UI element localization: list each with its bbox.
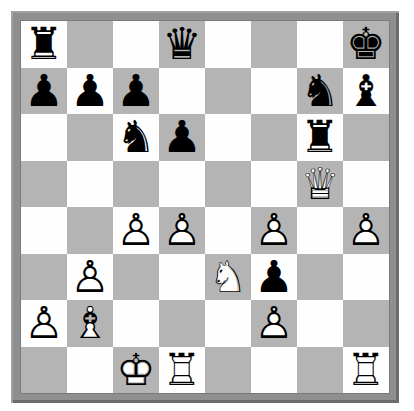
square-a4[interactable] [21,207,67,254]
square-e7[interactable] [205,68,251,115]
square-e4[interactable] [205,207,251,254]
square-f6[interactable] [251,114,297,161]
white-pawn-icon: ♙︎ [251,300,297,347]
black-pawn[interactable]: ♟︎ [251,254,297,301]
black-pawn[interactable]: ♟︎ [113,68,159,115]
white-pawn-icon: ♙︎ [159,207,205,254]
white-pawn-icon: ♙︎ [21,300,67,347]
square-e3[interactable]: ♞︎♘︎ [205,254,251,301]
square-a2[interactable]: ♟︎♙︎ [21,300,67,347]
square-b5[interactable] [67,161,113,208]
square-f8[interactable] [251,21,297,68]
square-a7[interactable]: ♟︎ [21,68,67,115]
white-rook[interactable]: ♜︎♖︎ [343,347,389,394]
black-rook-icon: ♜︎ [297,114,343,161]
white-rook-icon: ♖︎ [343,347,389,394]
square-c1[interactable]: ♚︎♔︎ [113,347,159,394]
square-d2[interactable] [159,300,205,347]
square-e5[interactable] [205,161,251,208]
square-a1[interactable] [21,347,67,394]
black-queen[interactable]: ♛︎ [159,21,205,68]
square-c3[interactable] [113,254,159,301]
square-h2[interactable] [343,300,389,347]
square-e8[interactable] [205,21,251,68]
square-a5[interactable] [21,161,67,208]
square-c5[interactable] [113,161,159,208]
white-bishop-icon: ♗︎ [67,300,113,347]
square-c6[interactable]: ♞︎ [113,114,159,161]
square-e6[interactable] [205,114,251,161]
square-g8[interactable] [297,21,343,68]
square-c4[interactable]: ♟︎♙︎ [113,207,159,254]
white-pawn[interactable]: ♟︎♙︎ [113,207,159,254]
square-b8[interactable] [67,21,113,68]
square-g4[interactable] [297,207,343,254]
chess-board-frame: ♜︎♛︎♚︎♟︎♟︎♟︎♞︎♝︎♞︎♟︎♜︎♛︎♕︎♟︎♙︎♟︎♙︎♟︎♙︎♟︎… [11,11,399,403]
white-rook[interactable]: ♜︎♖︎ [159,347,205,394]
square-e1[interactable] [205,347,251,394]
black-knight-icon: ♞︎ [297,68,343,115]
white-pawn[interactable]: ♟︎♙︎ [251,207,297,254]
chess-board: ♜︎♛︎♚︎♟︎♟︎♟︎♞︎♝︎♞︎♟︎♜︎♛︎♕︎♟︎♙︎♟︎♙︎♟︎♙︎♟︎… [21,21,389,393]
black-pawn[interactable]: ♟︎ [159,114,205,161]
black-rook[interactable]: ♜︎ [21,21,67,68]
square-g1[interactable] [297,347,343,394]
white-knight[interactable]: ♞︎♘︎ [205,254,251,301]
square-a6[interactable] [21,114,67,161]
black-bishop[interactable]: ♝︎ [343,68,389,115]
square-h7[interactable]: ♝︎ [343,68,389,115]
white-pawn-icon: ♙︎ [343,207,389,254]
black-pawn-icon: ♟︎ [21,68,67,115]
square-h1[interactable]: ♜︎♖︎ [343,347,389,394]
square-c2[interactable] [113,300,159,347]
white-rook-icon: ♖︎ [159,347,205,394]
square-b7[interactable]: ♟︎ [67,68,113,115]
square-b6[interactable] [67,114,113,161]
white-pawn[interactable]: ♟︎♙︎ [343,207,389,254]
black-bishop-icon: ♝︎ [343,68,389,115]
white-pawn[interactable]: ♟︎♙︎ [21,300,67,347]
black-rook[interactable]: ♜︎ [297,114,343,161]
square-h5[interactable] [343,161,389,208]
square-d5[interactable] [159,161,205,208]
white-king-icon: ♔︎ [113,347,159,394]
square-a3[interactable] [21,254,67,301]
square-g6[interactable]: ♜︎ [297,114,343,161]
white-pawn[interactable]: ♟︎♙︎ [67,254,113,301]
square-f3[interactable]: ♟︎ [251,254,297,301]
black-pawn[interactable]: ♟︎ [21,68,67,115]
square-b4[interactable] [67,207,113,254]
white-pawn[interactable]: ♟︎♙︎ [159,207,205,254]
black-knight[interactable]: ♞︎ [113,114,159,161]
square-f2[interactable]: ♟︎♙︎ [251,300,297,347]
square-d8[interactable]: ♛︎ [159,21,205,68]
black-knight-icon: ♞︎ [113,114,159,161]
square-h4[interactable]: ♟︎♙︎ [343,207,389,254]
black-pawn-icon: ♟︎ [251,254,297,301]
square-g7[interactable]: ♞︎ [297,68,343,115]
white-knight-icon: ♘︎ [205,254,251,301]
white-pawn-icon: ♙︎ [67,254,113,301]
square-h6[interactable] [343,114,389,161]
black-rook-icon: ♜︎ [21,21,67,68]
square-h3[interactable] [343,254,389,301]
square-f4[interactable]: ♟︎♙︎ [251,207,297,254]
square-f5[interactable] [251,161,297,208]
square-e2[interactable] [205,300,251,347]
square-c8[interactable] [113,21,159,68]
white-queen[interactable]: ♛︎♕︎ [297,161,343,208]
black-king-icon: ♚︎ [343,21,389,68]
white-pawn-icon: ♙︎ [113,207,159,254]
square-g3[interactable] [297,254,343,301]
white-bishop[interactable]: ♝︎♗︎ [67,300,113,347]
black-king[interactable]: ♚︎ [343,21,389,68]
black-pawn-icon: ♟︎ [159,114,205,161]
square-d1[interactable]: ♜︎♖︎ [159,347,205,394]
white-queen-icon: ♕︎ [297,161,343,208]
black-pawn-icon: ♟︎ [113,68,159,115]
black-queen-icon: ♛︎ [159,21,205,68]
square-b3[interactable]: ♟︎♙︎ [67,254,113,301]
square-g5[interactable]: ♛︎♕︎ [297,161,343,208]
square-f1[interactable] [251,347,297,394]
square-f7[interactable] [251,68,297,115]
square-g2[interactable] [297,300,343,347]
square-c7[interactable]: ♟︎ [113,68,159,115]
white-pawn-icon: ♙︎ [251,207,297,254]
square-h8[interactable]: ♚︎ [343,21,389,68]
square-d4[interactable]: ♟︎♙︎ [159,207,205,254]
square-b1[interactable] [67,347,113,394]
square-a8[interactable]: ♜︎ [21,21,67,68]
square-b2[interactable]: ♝︎♗︎ [67,300,113,347]
white-king[interactable]: ♚︎♔︎ [113,347,159,394]
black-pawn-icon: ♟︎ [67,68,113,115]
white-pawn[interactable]: ♟︎♙︎ [251,300,297,347]
black-pawn[interactable]: ♟︎ [67,68,113,115]
square-d3[interactable] [159,254,205,301]
black-knight[interactable]: ♞︎ [297,68,343,115]
square-d6[interactable]: ♟︎ [159,114,205,161]
square-d7[interactable] [159,68,205,115]
